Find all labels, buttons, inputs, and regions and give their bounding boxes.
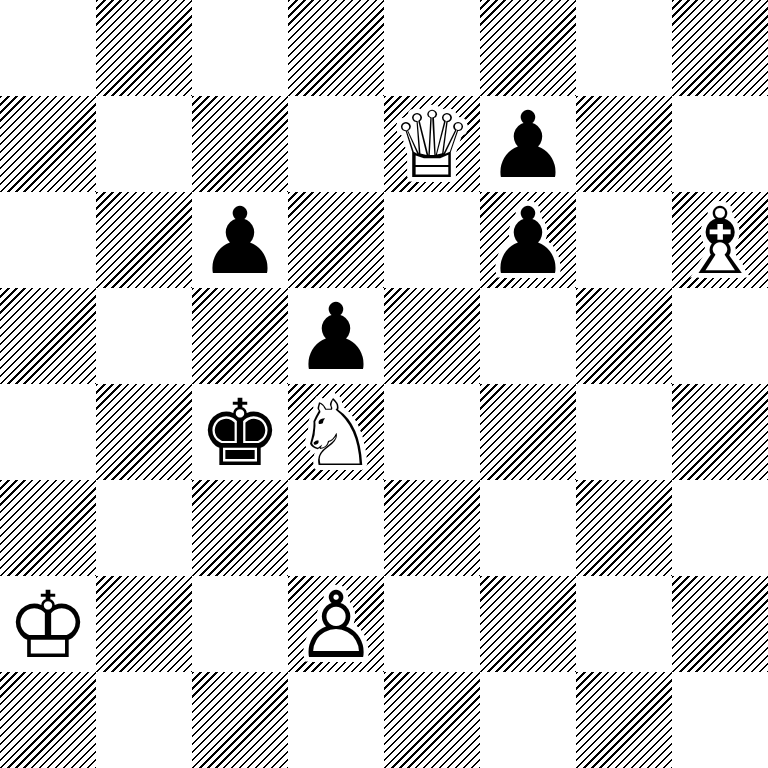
square-f6[interactable]: ♟♟ xyxy=(480,192,576,288)
square-e6[interactable] xyxy=(384,192,480,288)
square-h2[interactable] xyxy=(672,576,768,672)
square-c3[interactable] xyxy=(192,480,288,576)
square-b3[interactable] xyxy=(96,480,192,576)
square-g7[interactable] xyxy=(576,96,672,192)
white-queen-icon[interactable]: ♕ xyxy=(391,98,473,192)
white-knight-icon[interactable]: ♘ xyxy=(295,386,377,480)
black-pawn-icon[interactable]: ♟ xyxy=(295,290,377,384)
square-e1[interactable] xyxy=(384,672,480,768)
square-b1[interactable] xyxy=(96,672,192,768)
white-bishop-icon[interactable]: ♗ xyxy=(679,194,761,288)
square-g4[interactable] xyxy=(576,384,672,480)
square-g6[interactable] xyxy=(576,192,672,288)
black-king-icon[interactable]: ♚ xyxy=(199,386,281,480)
square-c1[interactable] xyxy=(192,672,288,768)
square-a3[interactable] xyxy=(0,480,96,576)
square-a4[interactable] xyxy=(0,384,96,480)
square-h1[interactable] xyxy=(672,672,768,768)
square-b4[interactable] xyxy=(96,384,192,480)
white-king-icon[interactable]: ♔ xyxy=(7,578,89,672)
square-f5[interactable] xyxy=(480,288,576,384)
square-d7[interactable] xyxy=(288,96,384,192)
black-pawn-icon[interactable]: ♟ xyxy=(487,194,569,288)
square-g8[interactable] xyxy=(576,0,672,96)
chess-board: ♛♕♟♟♟♟♟♟♝♗♟♟♚♚♞♘♚♔♟♙ xyxy=(0,0,768,768)
square-d1[interactable] xyxy=(288,672,384,768)
square-g5[interactable] xyxy=(576,288,672,384)
square-h8[interactable] xyxy=(672,0,768,96)
square-g2[interactable] xyxy=(576,576,672,672)
square-a5[interactable] xyxy=(0,288,96,384)
square-a6[interactable] xyxy=(0,192,96,288)
square-b6[interactable] xyxy=(96,192,192,288)
square-h4[interactable] xyxy=(672,384,768,480)
square-f1[interactable] xyxy=(480,672,576,768)
square-c7[interactable] xyxy=(192,96,288,192)
square-f8[interactable] xyxy=(480,0,576,96)
square-b5[interactable] xyxy=(96,288,192,384)
square-g3[interactable] xyxy=(576,480,672,576)
square-e3[interactable] xyxy=(384,480,480,576)
square-f4[interactable] xyxy=(480,384,576,480)
square-f7[interactable]: ♟♟ xyxy=(480,96,576,192)
square-e5[interactable] xyxy=(384,288,480,384)
square-a2[interactable]: ♚♔ xyxy=(0,576,96,672)
black-pawn-icon[interactable]: ♟ xyxy=(199,194,281,288)
square-f3[interactable] xyxy=(480,480,576,576)
square-c6[interactable]: ♟♟ xyxy=(192,192,288,288)
square-h5[interactable] xyxy=(672,288,768,384)
square-f2[interactable] xyxy=(480,576,576,672)
square-d8[interactable] xyxy=(288,0,384,96)
square-d5[interactable]: ♟♟ xyxy=(288,288,384,384)
square-e8[interactable] xyxy=(384,0,480,96)
square-a7[interactable] xyxy=(0,96,96,192)
square-c8[interactable] xyxy=(192,0,288,96)
square-a1[interactable] xyxy=(0,672,96,768)
square-c2[interactable] xyxy=(192,576,288,672)
square-e7[interactable]: ♛♕ xyxy=(384,96,480,192)
square-g1[interactable] xyxy=(576,672,672,768)
square-h7[interactable] xyxy=(672,96,768,192)
square-a8[interactable] xyxy=(0,0,96,96)
square-c5[interactable] xyxy=(192,288,288,384)
square-d3[interactable] xyxy=(288,480,384,576)
square-e2[interactable] xyxy=(384,576,480,672)
black-pawn-icon[interactable]: ♟ xyxy=(487,98,569,192)
square-e4[interactable] xyxy=(384,384,480,480)
square-b8[interactable] xyxy=(96,0,192,96)
square-d2[interactable]: ♟♙ xyxy=(288,576,384,672)
square-b7[interactable] xyxy=(96,96,192,192)
white-pawn-icon[interactable]: ♙ xyxy=(295,578,377,672)
square-d4[interactable]: ♞♘ xyxy=(288,384,384,480)
square-h6[interactable]: ♝♗ xyxy=(672,192,768,288)
square-h3[interactable] xyxy=(672,480,768,576)
square-d6[interactable] xyxy=(288,192,384,288)
square-c4[interactable]: ♚♚ xyxy=(192,384,288,480)
square-b2[interactable] xyxy=(96,576,192,672)
